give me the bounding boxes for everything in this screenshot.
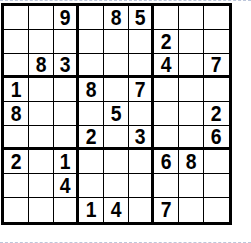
sudoku-cell-r4c3[interactable] [54, 78, 79, 102]
sudoku-cell-r5c4[interactable] [79, 102, 104, 126]
sudoku-cell-r5c1[interactable]: 8 [4, 102, 29, 126]
screenshot-top-edge-artifact [0, 0, 251, 1]
given-digit: 8 [11, 103, 22, 125]
sudoku-cell-r3c4[interactable] [79, 54, 104, 78]
given-digit: 2 [161, 31, 172, 53]
sudoku-cell-r7c5[interactable] [104, 150, 129, 174]
given-digit: 8 [36, 54, 47, 76]
given-digit: 3 [60, 54, 71, 76]
sudoku-cell-r2c8[interactable] [179, 30, 204, 54]
sudoku-cell-r6c3[interactable] [54, 126, 79, 150]
given-digit: 2 [86, 126, 97, 148]
sudoku-cell-r4c7[interactable] [154, 78, 179, 102]
given-digit: 1 [60, 151, 71, 173]
sudoku-cell-r6c6[interactable]: 3 [129, 126, 154, 150]
sudoku-cell-r1c6[interactable]: 5 [129, 6, 154, 30]
sudoku-cell-r3c6[interactable] [129, 54, 154, 78]
sudoku-cell-r1c8[interactable] [179, 6, 204, 30]
sudoku-cell-r6c7[interactable] [154, 126, 179, 150]
sudoku-cell-r1c3[interactable]: 9 [54, 6, 79, 30]
sudoku-cell-r3c8[interactable] [179, 54, 204, 78]
sudoku-cell-r2c4[interactable] [79, 30, 104, 54]
sudoku-cell-r6c2[interactable] [29, 126, 54, 150]
given-digit: 7 [135, 79, 146, 101]
sudoku-cell-r1c9[interactable] [204, 6, 229, 30]
given-digit: 2 [11, 151, 22, 173]
given-digit: 7 [161, 199, 172, 221]
sudoku-cell-r4c6[interactable]: 7 [129, 78, 154, 102]
given-digit: 6 [161, 151, 172, 173]
sudoku-cell-r3c9[interactable]: 7 [204, 54, 229, 78]
sudoku-cell-r1c7[interactable] [154, 6, 179, 30]
sudoku-cell-r9c9[interactable] [204, 198, 229, 222]
sudoku-cell-r8c8[interactable] [179, 174, 204, 198]
sudoku-cell-r5c5[interactable]: 5 [104, 102, 129, 126]
sudoku-cell-r9c7[interactable]: 7 [154, 198, 179, 222]
sudoku-cell-r2c3[interactable] [54, 30, 79, 54]
sudoku-cell-r9c3[interactable] [54, 198, 79, 222]
sudoku-cell-r4c4[interactable]: 8 [79, 78, 104, 102]
sudoku-cell-r7c7[interactable]: 6 [154, 150, 179, 174]
given-digit: 7 [211, 54, 222, 76]
sudoku-cell-r5c2[interactable] [29, 102, 54, 126]
sudoku-cell-r3c7[interactable]: 4 [154, 54, 179, 78]
sudoku-cell-r7c8[interactable]: 8 [179, 150, 204, 174]
sudoku-cell-r1c2[interactable] [29, 6, 54, 30]
sudoku-cell-r7c6[interactable] [129, 150, 154, 174]
sudoku-cell-r2c1[interactable] [4, 30, 29, 54]
sudoku-cell-r5c7[interactable] [154, 102, 179, 126]
sudoku-board: 9852834718785223621684147 [1, 3, 232, 225]
sudoku-cell-r9c8[interactable] [179, 198, 204, 222]
given-digit: 5 [111, 103, 122, 125]
sudoku-cell-r9c6[interactable] [129, 198, 154, 222]
sudoku-cell-r2c9[interactable] [204, 30, 229, 54]
given-digit: 8 [186, 151, 197, 173]
sudoku-cell-r7c3[interactable]: 1 [54, 150, 79, 174]
sudoku-cell-r7c2[interactable] [29, 150, 54, 174]
given-digit: 2 [211, 103, 222, 125]
sudoku-cell-r7c1[interactable]: 2 [4, 150, 29, 174]
sudoku-cell-r6c9[interactable]: 6 [204, 126, 229, 150]
sudoku-cell-r8c5[interactable] [104, 174, 129, 198]
sudoku-cell-r3c5[interactable] [104, 54, 129, 78]
sudoku-cell-r2c5[interactable] [104, 30, 129, 54]
sudoku-cell-r3c2[interactable]: 8 [29, 54, 54, 78]
sudoku-cell-r6c5[interactable] [104, 126, 129, 150]
sudoku-cell-r1c5[interactable]: 8 [104, 6, 129, 30]
sudoku-cell-r9c2[interactable] [29, 198, 54, 222]
given-digit: 8 [86, 79, 97, 101]
sudoku-cell-r6c4[interactable]: 2 [79, 126, 104, 150]
sudoku-cell-r7c9[interactable] [204, 150, 229, 174]
sudoku-cell-r1c4[interactable] [79, 6, 104, 30]
sudoku-cell-r8c4[interactable] [79, 174, 104, 198]
sudoku-cell-r4c5[interactable] [104, 78, 129, 102]
sudoku-cell-r6c8[interactable] [179, 126, 204, 150]
given-digit: 4 [60, 175, 71, 197]
given-digit: 6 [211, 126, 222, 148]
sudoku-cell-r3c3[interactable]: 3 [54, 54, 79, 78]
sudoku-cell-r4c9[interactable] [204, 78, 229, 102]
sudoku-cell-r8c2[interactable] [29, 174, 54, 198]
sudoku-cell-r8c7[interactable] [154, 174, 179, 198]
given-digit: 5 [135, 7, 146, 29]
sudoku-cell-r5c8[interactable] [179, 102, 204, 126]
given-digit: 3 [135, 126, 146, 148]
sudoku-cell-r8c9[interactable] [204, 174, 229, 198]
sudoku-cell-r2c2[interactable] [29, 30, 54, 54]
sudoku-cell-r6c1[interactable] [4, 126, 29, 150]
sudoku-cell-r9c5[interactable]: 4 [104, 198, 129, 222]
sudoku-cell-r4c1[interactable]: 1 [4, 78, 29, 102]
sudoku-cell-r2c7[interactable]: 2 [154, 30, 179, 54]
sudoku-cell-r9c4[interactable]: 1 [79, 198, 104, 222]
sudoku-cell-r5c3[interactable] [54, 102, 79, 126]
sudoku-cell-r8c3[interactable]: 4 [54, 174, 79, 198]
given-digit: 8 [111, 7, 122, 29]
given-digit: 1 [86, 199, 97, 221]
given-digit: 4 [161, 54, 172, 76]
given-digit: 4 [111, 199, 122, 221]
sudoku-cell-r8c6[interactable] [129, 174, 154, 198]
given-digit: 9 [60, 7, 71, 29]
given-digit: 1 [11, 79, 22, 101]
sudoku-cell-r9c1[interactable] [4, 198, 29, 222]
sudoku-cell-r7c4[interactable] [79, 150, 104, 174]
sudoku-cell-r8c1[interactable] [4, 174, 29, 198]
sudoku-cell-r2c6[interactable] [129, 30, 154, 54]
sudoku-cell-r5c6[interactable] [129, 102, 154, 126]
sudoku-cell-r5c9[interactable]: 2 [204, 102, 229, 126]
sudoku-cell-r4c8[interactable] [179, 78, 204, 102]
sudoku-cell-r3c1[interactable] [4, 54, 29, 78]
sudoku-cell-r1c1[interactable] [4, 6, 29, 30]
sudoku-cell-r4c2[interactable] [29, 78, 54, 102]
